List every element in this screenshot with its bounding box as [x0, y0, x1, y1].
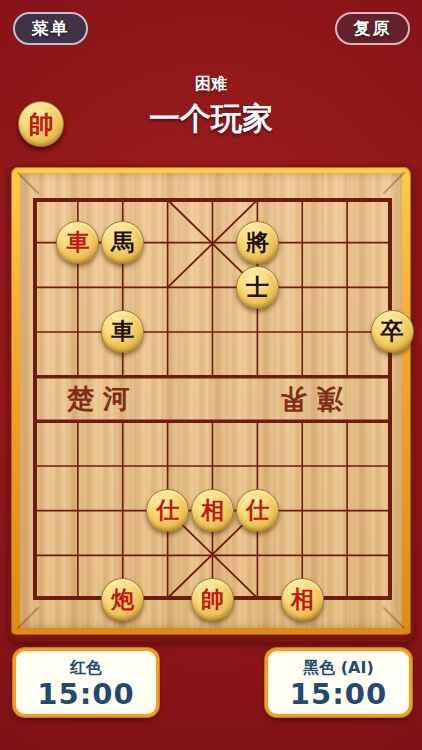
menu-button-label: 菜单	[32, 17, 70, 40]
xiangqi-board[interactable]: 楚河 漢界 車馬將士車卒仕相仕炮帥相	[8, 165, 414, 642]
piece-glyph: 仕	[156, 499, 179, 522]
piece-glyph: 車	[66, 231, 89, 254]
undo-button[interactable]: 复原	[335, 12, 410, 45]
piece-glyph: 相	[291, 588, 314, 611]
board-wood-surface: 楚河 漢界 車馬將士車卒仕相仕炮帥相	[20, 173, 402, 628]
piece-layer: 車馬將士車卒仕相仕炮帥相	[11, 176, 415, 623]
red-clock-time: 15:00	[16, 679, 156, 711]
piece-black-chariot[interactable]: 車	[101, 310, 144, 353]
red-general-avatar: 帥	[18, 101, 64, 147]
avatar-glyph: 帥	[29, 112, 54, 137]
piece-glyph: 仕	[246, 499, 269, 522]
piece-red-general[interactable]: 帥	[191, 578, 234, 621]
piece-glyph: 相	[201, 499, 224, 522]
piece-glyph: 帥	[201, 588, 224, 611]
piece-black-advisor[interactable]: 士	[236, 266, 279, 309]
piece-glyph: 將	[246, 231, 269, 254]
black-player-clock: 黑色 (AI) 15:00	[265, 648, 412, 717]
piece-glyph: 炮	[111, 588, 134, 611]
piece-red-cannon[interactable]: 炮	[101, 578, 144, 621]
black-clock-time: 15:00	[268, 679, 409, 711]
piece-red-elephant[interactable]: 相	[191, 489, 234, 532]
piece-glyph: 車	[111, 320, 134, 343]
piece-red-elephant[interactable]: 相	[281, 578, 324, 621]
piece-black-horse[interactable]: 馬	[101, 221, 144, 264]
undo-button-label: 复原	[354, 17, 392, 40]
difficulty-label: 困难	[0, 74, 422, 95]
piece-glyph: 卒	[381, 320, 404, 343]
piece-red-advisor[interactable]: 仕	[236, 489, 279, 532]
piece-black-soldier[interactable]: 卒	[371, 310, 414, 353]
piece-red-chariot[interactable]: 車	[56, 221, 99, 264]
menu-button[interactable]: 菜单	[13, 12, 88, 45]
black-clock-label: 黑色 (AI)	[268, 658, 409, 679]
piece-glyph: 馬	[111, 231, 134, 254]
piece-black-general[interactable]: 將	[236, 221, 279, 264]
red-player-clock: 红色 15:00	[13, 648, 159, 717]
piece-glyph: 士	[246, 276, 269, 299]
piece-red-advisor[interactable]: 仕	[146, 489, 189, 532]
red-clock-label: 红色	[16, 658, 156, 679]
